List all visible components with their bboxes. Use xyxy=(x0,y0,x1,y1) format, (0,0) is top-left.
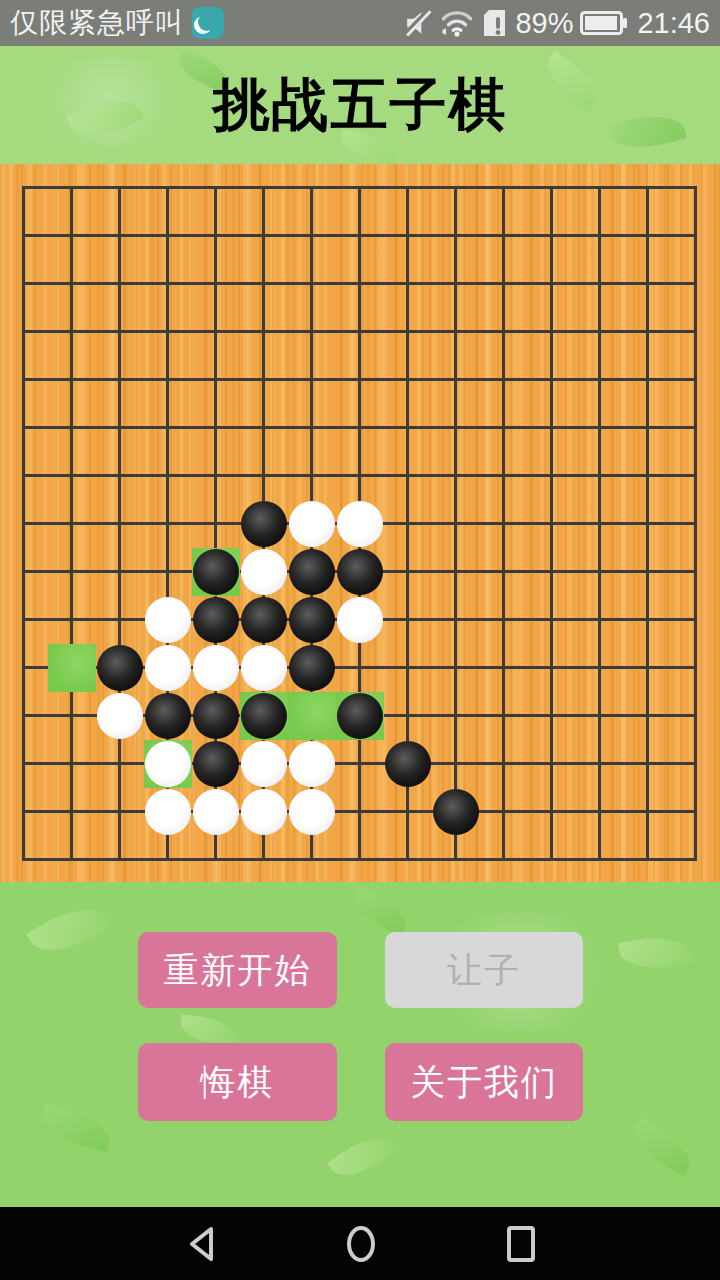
board-cell-r13c5[interactable] xyxy=(240,788,288,836)
board-cell-r10c9[interactable] xyxy=(432,644,480,692)
board-cell-r7c13[interactable] xyxy=(624,500,672,548)
board-cell-r9c11[interactable] xyxy=(528,596,576,644)
board-cell-r2c11[interactable] xyxy=(528,260,576,308)
leaf-decoration xyxy=(327,1126,397,1187)
board-cell-r9c0[interactable] xyxy=(0,596,48,644)
board-cell-r2c3[interactable] xyxy=(144,260,192,308)
board-cell-r5c2[interactable] xyxy=(96,404,144,452)
board-cell-r8c12[interactable] xyxy=(576,548,624,596)
white-stone xyxy=(193,645,239,691)
board-cell-r3c10[interactable] xyxy=(480,308,528,356)
board-cell-r8c6[interactable] xyxy=(288,548,336,596)
board-cell-r1c7[interactable] xyxy=(336,212,384,260)
board-cell-r6c2[interactable] xyxy=(96,452,144,500)
black-stone xyxy=(193,597,239,643)
board-cell-r13c2[interactable] xyxy=(96,788,144,836)
board-cell-r3c11[interactable] xyxy=(528,308,576,356)
board-cell-r6c12[interactable] xyxy=(576,452,624,500)
board-cell-r4c9[interactable] xyxy=(432,356,480,404)
board-cell-r3c1[interactable] xyxy=(48,308,96,356)
board-cell-r12c14[interactable] xyxy=(672,740,720,788)
board-cell-r10c5[interactable] xyxy=(240,644,288,692)
board-cell-r8c5[interactable] xyxy=(240,548,288,596)
board-cell-r9c5[interactable] xyxy=(240,596,288,644)
board-cell-r1c10[interactable] xyxy=(480,212,528,260)
board-cell-r3c6[interactable] xyxy=(288,308,336,356)
control-panel: 重新开始 让子 悔棋 关于我们 xyxy=(0,882,720,1207)
board-cell-r4c14[interactable] xyxy=(672,356,720,404)
board-cell-r3c5[interactable] xyxy=(240,308,288,356)
board-cell-r5c1[interactable] xyxy=(48,404,96,452)
handicap-button: 让子 xyxy=(385,932,583,1008)
black-stone xyxy=(337,549,383,595)
gomoku-board xyxy=(0,164,720,882)
board-cell-r13c11[interactable] xyxy=(528,788,576,836)
black-stone xyxy=(241,501,287,547)
white-stone xyxy=(241,789,287,835)
board-cell-r6c5[interactable] xyxy=(240,452,288,500)
board-cell-r5c0[interactable] xyxy=(0,404,48,452)
board-cell-r13c12[interactable] xyxy=(576,788,624,836)
board-cell-r8c3[interactable] xyxy=(144,548,192,596)
board-cell-r0c6[interactable] xyxy=(288,164,336,212)
title-bar: 挑战五子棋 xyxy=(0,46,720,164)
board-cell-r0c10[interactable] xyxy=(480,164,528,212)
board-cell-r0c7[interactable] xyxy=(336,164,384,212)
board-cell-r12c10[interactable] xyxy=(480,740,528,788)
board-cell-r3c12[interactable] xyxy=(576,308,624,356)
board-cell-r2c12[interactable] xyxy=(576,260,624,308)
board-cell-r14c5[interactable] xyxy=(240,836,288,882)
app-title: 挑战五子棋 xyxy=(0,46,720,164)
board-cell-r7c10[interactable] xyxy=(480,500,528,548)
board-cell-r10c12[interactable] xyxy=(576,644,624,692)
board-cell-r3c9[interactable] xyxy=(432,308,480,356)
white-stone xyxy=(145,741,191,787)
board-cell-r2c9[interactable] xyxy=(432,260,480,308)
board-cell-r8c7[interactable] xyxy=(336,548,384,596)
white-stone xyxy=(145,789,191,835)
board-cell-r13c9[interactable] xyxy=(432,788,480,836)
board-cell-r4c6[interactable] xyxy=(288,356,336,404)
undo-button[interactable]: 悔棋 xyxy=(138,1043,337,1121)
white-stone xyxy=(289,789,335,835)
board-cell-r6c3[interactable] xyxy=(144,452,192,500)
board-cell-r11c10[interactable] xyxy=(480,692,528,740)
white-stone xyxy=(145,597,191,643)
board-cell-r8c11[interactable] xyxy=(528,548,576,596)
board-cell-r8c8[interactable] xyxy=(384,548,432,596)
wifi-icon xyxy=(440,8,474,38)
board-cell-r9c12[interactable] xyxy=(576,596,624,644)
board-cell-r10c13[interactable] xyxy=(624,644,672,692)
board-cell-r2c4[interactable] xyxy=(192,260,240,308)
status-icons: 89% 21:46 xyxy=(403,7,710,40)
board-cell-r0c9[interactable] xyxy=(432,164,480,212)
board-cell-r12c8[interactable] xyxy=(384,740,432,788)
battery-icon xyxy=(580,9,628,37)
board-cell-r1c9[interactable] xyxy=(432,212,480,260)
black-stone xyxy=(289,597,335,643)
board-cell-r2c10[interactable] xyxy=(480,260,528,308)
board-cell-r7c2[interactable] xyxy=(96,500,144,548)
board-cell-r9c1[interactable] xyxy=(48,596,96,644)
board-cell-r6c11[interactable] xyxy=(528,452,576,500)
board-cell-r6c6[interactable] xyxy=(288,452,336,500)
board-cell-r11c6[interactable] xyxy=(288,692,336,740)
board-cell-r13c0[interactable] xyxy=(0,788,48,836)
black-stone xyxy=(337,693,383,739)
clock-time: 21:46 xyxy=(637,7,710,40)
board-cell-r7c7[interactable] xyxy=(336,500,384,548)
board-cell-r1c8[interactable] xyxy=(384,212,432,260)
status-bar: 仅限紧急呼叫 89% xyxy=(0,0,720,46)
board-cell-r10c8[interactable] xyxy=(384,644,432,692)
black-stone xyxy=(241,693,287,739)
board-cell-r11c9[interactable] xyxy=(432,692,480,740)
battery-percent: 89% xyxy=(515,7,573,40)
board-cell-r1c1[interactable] xyxy=(48,212,96,260)
board-cell-r3c8[interactable] xyxy=(384,308,432,356)
board-cell-r14c8[interactable] xyxy=(384,836,432,882)
mute-icon xyxy=(403,8,433,38)
white-stone xyxy=(241,549,287,595)
white-stone xyxy=(241,645,287,691)
board-cell-r5c6[interactable] xyxy=(288,404,336,452)
board-cell-r7c5[interactable] xyxy=(240,500,288,548)
board-cell-r7c14[interactable] xyxy=(672,500,720,548)
board-cell-r6c13[interactable] xyxy=(624,452,672,500)
board-cell-r4c3[interactable] xyxy=(144,356,192,404)
board-cell-r0c8[interactable] xyxy=(384,164,432,212)
board-cell-r4c4[interactable] xyxy=(192,356,240,404)
board-cell-r5c11[interactable] xyxy=(528,404,576,452)
board-cell-r10c2[interactable] xyxy=(96,644,144,692)
board-cell-r10c3[interactable] xyxy=(144,644,192,692)
board-cell-r9c14[interactable] xyxy=(672,596,720,644)
white-stone xyxy=(289,741,335,787)
board-cell-r6c8[interactable] xyxy=(384,452,432,500)
white-stone xyxy=(241,741,287,787)
board-cell-r8c10[interactable] xyxy=(480,548,528,596)
board-cell-r0c12[interactable] xyxy=(576,164,624,212)
board-cell-r7c4[interactable] xyxy=(192,500,240,548)
board-cell-r7c8[interactable] xyxy=(384,500,432,548)
board-cell-r0c5[interactable] xyxy=(240,164,288,212)
board-cell-r7c6[interactable] xyxy=(288,500,336,548)
board-cell-r10c0[interactable] xyxy=(0,644,48,692)
board-cell-r11c1[interactable] xyxy=(48,692,96,740)
recents-icon[interactable] xyxy=(506,1225,536,1263)
back-icon[interactable] xyxy=(186,1225,216,1263)
board-cell-r5c10[interactable] xyxy=(480,404,528,452)
board-cell-r14c4[interactable] xyxy=(192,836,240,882)
board-cell-r9c6[interactable] xyxy=(288,596,336,644)
phone-screen: 仅限紧急呼叫 89% xyxy=(0,0,720,1280)
leaf-decoration xyxy=(26,895,112,965)
board-cell-r8c0[interactable] xyxy=(0,548,48,596)
board-cell-r0c13[interactable] xyxy=(624,164,672,212)
board-cell-r11c13[interactable] xyxy=(624,692,672,740)
board-cell-r9c13[interactable] xyxy=(624,596,672,644)
leaf-decoration xyxy=(627,1118,699,1177)
restart-button[interactable]: 重新开始 xyxy=(138,932,337,1008)
board-cell-r9c2[interactable] xyxy=(96,596,144,644)
leaf-decoration xyxy=(618,931,692,975)
board-cell-r9c9[interactable] xyxy=(432,596,480,644)
board-cell-r0c1[interactable] xyxy=(48,164,96,212)
board-cell-r14c0[interactable] xyxy=(0,836,48,882)
sim-alert-icon xyxy=(481,8,508,38)
board-cell-r0c14[interactable] xyxy=(672,164,720,212)
board-cell-r0c4[interactable] xyxy=(192,164,240,212)
black-stone xyxy=(193,741,239,787)
board-cell-r2c14[interactable] xyxy=(672,260,720,308)
board-cell-r12c4[interactable] xyxy=(192,740,240,788)
board-cell-r2c6[interactable] xyxy=(288,260,336,308)
black-stone xyxy=(289,645,335,691)
board-cell-r5c13[interactable] xyxy=(624,404,672,452)
board-cell-r2c0[interactable] xyxy=(0,260,48,308)
board-cell-r1c6[interactable] xyxy=(288,212,336,260)
board-cell-r6c1[interactable] xyxy=(48,452,96,500)
board-cell-r0c3[interactable] xyxy=(144,164,192,212)
board-cell-r14c6[interactable] xyxy=(288,836,336,882)
white-stone xyxy=(97,693,143,739)
board-cell-r1c0[interactable] xyxy=(0,212,48,260)
board-cell-r8c14[interactable] xyxy=(672,548,720,596)
board-cell-r14c12[interactable] xyxy=(576,836,624,882)
board-cell-r14c2[interactable] xyxy=(96,836,144,882)
board-cell-r1c11[interactable] xyxy=(528,212,576,260)
board-cell-r6c0[interactable] xyxy=(0,452,48,500)
board-cell-r13c6[interactable] xyxy=(288,788,336,836)
board-cell-r11c14[interactable] xyxy=(672,692,720,740)
board-cell-r4c12[interactable] xyxy=(576,356,624,404)
board-cell-r7c11[interactable] xyxy=(528,500,576,548)
board-cell-r5c3[interactable] xyxy=(144,404,192,452)
home-icon[interactable] xyxy=(346,1225,376,1263)
board-cell-r5c9[interactable] xyxy=(432,404,480,452)
board-cell-r12c13[interactable] xyxy=(624,740,672,788)
board-cell-r13c7[interactable] xyxy=(336,788,384,836)
board-cell-r12c6[interactable] xyxy=(288,740,336,788)
board-cell-r14c3[interactable] xyxy=(144,836,192,882)
board-cell-r3c4[interactable] xyxy=(192,308,240,356)
board-cell-r13c13[interactable] xyxy=(624,788,672,836)
carrier-text: 仅限紧急呼叫 xyxy=(10,4,184,42)
leaf-decoration xyxy=(347,886,413,937)
board-cell-r8c1[interactable] xyxy=(48,548,96,596)
black-stone xyxy=(193,693,239,739)
board-cell-r3c3[interactable] xyxy=(144,308,192,356)
board-cell-r9c7[interactable] xyxy=(336,596,384,644)
board-cell-r12c2[interactable] xyxy=(96,740,144,788)
board-cell-r14c10[interactable] xyxy=(480,836,528,882)
board-cell-r1c5[interactable] xyxy=(240,212,288,260)
board-cell-r4c7[interactable] xyxy=(336,356,384,404)
board-cell-r4c11[interactable] xyxy=(528,356,576,404)
do-not-disturb-moon-icon xyxy=(192,7,224,39)
board-cell-r10c6[interactable] xyxy=(288,644,336,692)
board-cell-r4c2[interactable] xyxy=(96,356,144,404)
board-cell-r2c5[interactable] xyxy=(240,260,288,308)
board-cell-r8c9[interactable] xyxy=(432,548,480,596)
board-cell-r14c11[interactable] xyxy=(528,836,576,882)
board-cell-r10c1[interactable] xyxy=(48,644,96,692)
board-cell-r4c5[interactable] xyxy=(240,356,288,404)
board-cell-r12c9[interactable] xyxy=(432,740,480,788)
board-cell-r14c14[interactable] xyxy=(672,836,720,882)
board-cell-r6c14[interactable] xyxy=(672,452,720,500)
board-cell-r12c3[interactable] xyxy=(144,740,192,788)
board-cell-r1c2[interactable] xyxy=(96,212,144,260)
board-cell-r9c4[interactable] xyxy=(192,596,240,644)
white-stone xyxy=(337,501,383,547)
board-cell-r11c11[interactable] xyxy=(528,692,576,740)
leaf-decoration xyxy=(179,1015,237,1046)
white-stone xyxy=(337,597,383,643)
board-cell-r1c14[interactable] xyxy=(672,212,720,260)
board-intersections xyxy=(0,164,720,882)
black-stone xyxy=(193,549,239,595)
board-cell-r6c9[interactable] xyxy=(432,452,480,500)
board-cell-r11c0[interactable] xyxy=(0,692,48,740)
board-cell-r10c11[interactable] xyxy=(528,644,576,692)
board-cell-r14c7[interactable] xyxy=(336,836,384,882)
board-cell-r4c8[interactable] xyxy=(384,356,432,404)
board-cell-r11c5[interactable] xyxy=(240,692,288,740)
board-cell-r4c1[interactable] xyxy=(48,356,96,404)
board-cell-r1c12[interactable] xyxy=(576,212,624,260)
board-cell-r7c3[interactable] xyxy=(144,500,192,548)
board-cell-r10c14[interactable] xyxy=(672,644,720,692)
black-stone xyxy=(385,741,431,787)
board-cell-r5c8[interactable] xyxy=(384,404,432,452)
board-cell-r1c13[interactable] xyxy=(624,212,672,260)
board-cell-r3c2[interactable] xyxy=(96,308,144,356)
board-cell-r7c0[interactable] xyxy=(0,500,48,548)
board-cell-r11c7[interactable] xyxy=(336,692,384,740)
board-cell-r7c9[interactable] xyxy=(432,500,480,548)
white-stone xyxy=(289,501,335,547)
board-cell-r12c5[interactable] xyxy=(240,740,288,788)
board-cell-r11c12[interactable] xyxy=(576,692,624,740)
board-cell-r13c4[interactable] xyxy=(192,788,240,836)
board-cell-r8c13[interactable] xyxy=(624,548,672,596)
board-cell-r12c11[interactable] xyxy=(528,740,576,788)
board-cell-r2c1[interactable] xyxy=(48,260,96,308)
board-cell-r12c12[interactable] xyxy=(576,740,624,788)
board-cell-r5c5[interactable] xyxy=(240,404,288,452)
board-cell-r5c12[interactable] xyxy=(576,404,624,452)
board-cell-r13c8[interactable] xyxy=(384,788,432,836)
board-cell-r2c8[interactable] xyxy=(384,260,432,308)
white-stone xyxy=(145,645,191,691)
board-cell-r9c10[interactable] xyxy=(480,596,528,644)
black-stone xyxy=(433,789,479,835)
black-stone xyxy=(97,645,143,691)
board-cell-r5c14[interactable] xyxy=(672,404,720,452)
board-cell-r10c4[interactable] xyxy=(192,644,240,692)
board-cell-r4c13[interactable] xyxy=(624,356,672,404)
leaf-decoration xyxy=(37,1103,115,1153)
board-cell-r14c13[interactable] xyxy=(624,836,672,882)
board-cell-r2c13[interactable] xyxy=(624,260,672,308)
board-cell-r12c1[interactable] xyxy=(48,740,96,788)
board-cell-r3c7[interactable] xyxy=(336,308,384,356)
board-cell-r13c14[interactable] xyxy=(672,788,720,836)
board-cell-r0c11[interactable] xyxy=(528,164,576,212)
board-cell-r1c3[interactable] xyxy=(144,212,192,260)
board-cell-r14c1[interactable] xyxy=(48,836,96,882)
board-cell-r3c13[interactable] xyxy=(624,308,672,356)
black-stone xyxy=(289,549,335,595)
board-cell-r14c9[interactable] xyxy=(432,836,480,882)
board-cell-r11c2[interactable] xyxy=(96,692,144,740)
board-cell-r7c1[interactable] xyxy=(48,500,96,548)
board-cell-r4c10[interactable] xyxy=(480,356,528,404)
board-cell-r10c7[interactable] xyxy=(336,644,384,692)
board-cell-r11c3[interactable] xyxy=(144,692,192,740)
board-cell-r12c7[interactable] xyxy=(336,740,384,788)
board-cell-r9c3[interactable] xyxy=(144,596,192,644)
board-cell-r0c0[interactable] xyxy=(0,164,48,212)
board-cell-r6c7[interactable] xyxy=(336,452,384,500)
board-cell-r13c1[interactable] xyxy=(48,788,96,836)
board-cell-r2c2[interactable] xyxy=(96,260,144,308)
board-cell-r8c4[interactable] xyxy=(192,548,240,596)
board-cell-r5c7[interactable] xyxy=(336,404,384,452)
board-cell-r8c2[interactable] xyxy=(96,548,144,596)
board-cell-r11c4[interactable] xyxy=(192,692,240,740)
board-cell-r3c14[interactable] xyxy=(672,308,720,356)
board-cell-r5c4[interactable] xyxy=(192,404,240,452)
board-cell-r11c8[interactable] xyxy=(384,692,432,740)
black-stone xyxy=(241,597,287,643)
black-stone xyxy=(145,693,191,739)
board-cell-r9c8[interactable] xyxy=(384,596,432,644)
board-cell-r4c0[interactable] xyxy=(0,356,48,404)
board-cell-r6c4[interactable] xyxy=(192,452,240,500)
board-cell-r13c3[interactable] xyxy=(144,788,192,836)
board-cell-r1c4[interactable] xyxy=(192,212,240,260)
white-stone xyxy=(193,789,239,835)
board-cell-r12c0[interactable] xyxy=(0,740,48,788)
about-button[interactable]: 关于我们 xyxy=(385,1043,583,1121)
android-nav-bar xyxy=(0,1207,720,1280)
board-cell-r13c10[interactable] xyxy=(480,788,528,836)
board-cell-r2c7[interactable] xyxy=(336,260,384,308)
board-cell-r3c0[interactable] xyxy=(0,308,48,356)
board-cell-r7c12[interactable] xyxy=(576,500,624,548)
board-cell-r6c10[interactable] xyxy=(480,452,528,500)
board-cell-r10c10[interactable] xyxy=(480,644,528,692)
board-cell-r0c2[interactable] xyxy=(96,164,144,212)
crescent-shape xyxy=(198,13,216,31)
